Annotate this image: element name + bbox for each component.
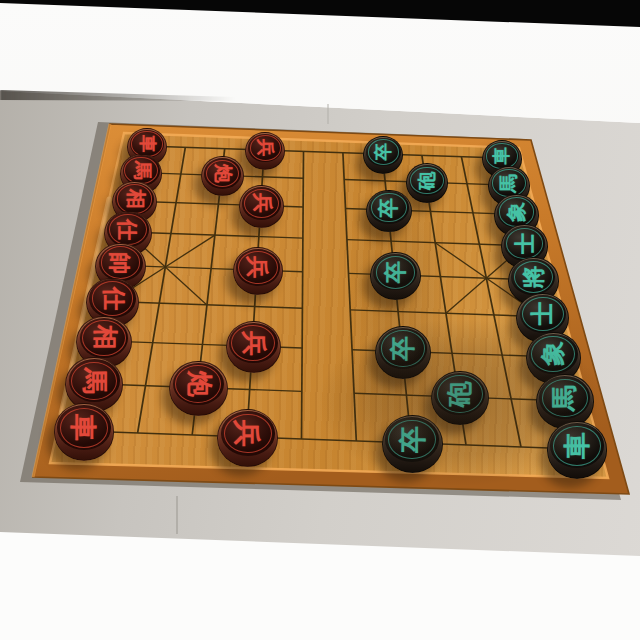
piece-character: 馬 bbox=[500, 174, 519, 193]
piece-face: 將 bbox=[511, 259, 555, 295]
piece-black-soldier[interactable]: 卒 bbox=[363, 136, 403, 174]
piece-character: 仕 bbox=[117, 219, 138, 240]
piece-character: 兵 bbox=[256, 139, 274, 157]
piece-character: 車 bbox=[70, 414, 97, 441]
piece-face: 卒 bbox=[366, 138, 401, 167]
piece-red-soldier[interactable]: 兵 bbox=[217, 409, 278, 466]
piece-character: 兵 bbox=[241, 331, 266, 356]
piece-character: 車 bbox=[563, 432, 590, 459]
piece-face: 卒 bbox=[379, 328, 428, 368]
piece-character: 炮 bbox=[186, 371, 212, 397]
piece-face: 砲 bbox=[434, 373, 485, 415]
piece-red-soldier[interactable]: 兵 bbox=[226, 321, 282, 373]
piece-black-soldier[interactable]: 卒 bbox=[382, 415, 443, 472]
piece-character: 士 bbox=[514, 233, 535, 254]
piece-character: 馬 bbox=[132, 161, 151, 180]
piece-face: 馬 bbox=[69, 359, 120, 401]
piece-character: 兵 bbox=[247, 256, 269, 278]
piece-black-soldier[interactable]: 卒 bbox=[366, 190, 411, 233]
piece-character: 兵 bbox=[252, 193, 272, 213]
piece-face: 士 bbox=[520, 295, 566, 333]
piece-character: 砲 bbox=[418, 171, 437, 190]
piece-character: 砲 bbox=[447, 381, 473, 407]
piece-black-chariot[interactable]: 車 bbox=[547, 421, 608, 478]
piece-character: 士 bbox=[531, 302, 555, 326]
piece-black-cannon[interactable]: 砲 bbox=[431, 371, 489, 426]
piece-face: 卒 bbox=[373, 254, 417, 290]
piece-character: 卒 bbox=[399, 426, 426, 453]
piece-face: 仕 bbox=[89, 279, 135, 317]
piece-face: 兵 bbox=[242, 187, 281, 219]
piece-face: 仕 bbox=[107, 212, 149, 246]
piece-face: 兵 bbox=[221, 411, 275, 455]
piece-face: 相 bbox=[115, 183, 154, 215]
piece-face: 車 bbox=[57, 405, 111, 449]
piece-character: 卒 bbox=[391, 336, 416, 361]
piece-face: 炮 bbox=[173, 363, 224, 405]
piece-face: 相 bbox=[80, 318, 129, 358]
piece-character: 馬 bbox=[552, 385, 578, 411]
piece-character: 車 bbox=[493, 147, 511, 165]
piece-red-soldier[interactable]: 兵 bbox=[233, 247, 283, 295]
piece-character: 炮 bbox=[213, 164, 232, 183]
piece-character: 相 bbox=[125, 189, 145, 209]
piece-character: 象 bbox=[541, 341, 566, 366]
piece-character: 車 bbox=[138, 135, 156, 153]
piece-character: 卒 bbox=[375, 143, 393, 161]
piece-face: 象 bbox=[497, 196, 536, 228]
piece-character: 卒 bbox=[384, 261, 406, 283]
piece-face: 砲 bbox=[409, 165, 446, 196]
photo-stage: 車兵卒車馬炮砲馬相兵卒象仕士帥兵卒將仕士相兵卒象馬炮砲馬車兵卒車 bbox=[0, 0, 640, 640]
piece-red-soldier[interactable]: 兵 bbox=[245, 132, 285, 170]
piece-face: 車 bbox=[550, 423, 604, 467]
piece-face: 卒 bbox=[369, 191, 408, 223]
piece-character: 卒 bbox=[379, 198, 399, 218]
piece-character: 仕 bbox=[101, 287, 125, 311]
piece-character: 馬 bbox=[81, 368, 107, 394]
piece-face: 兵 bbox=[229, 323, 278, 363]
piece-face: 士 bbox=[504, 226, 546, 260]
piece-character: 相 bbox=[92, 325, 117, 350]
piece-black-horse[interactable]: 馬 bbox=[536, 374, 594, 429]
piece-face: 兵 bbox=[236, 249, 280, 285]
piece-face: 帥 bbox=[99, 245, 143, 281]
piece-character: 兵 bbox=[234, 420, 261, 447]
piece-character: 將 bbox=[522, 266, 544, 288]
piece-character: 帥 bbox=[109, 252, 131, 274]
piece-red-soldier[interactable]: 兵 bbox=[239, 185, 284, 228]
piece-face: 馬 bbox=[539, 376, 590, 418]
piece-face: 象 bbox=[529, 334, 578, 374]
piece-face: 炮 bbox=[204, 158, 241, 189]
piece-black-soldier[interactable]: 卒 bbox=[370, 252, 420, 300]
piece-face: 兵 bbox=[248, 134, 283, 163]
piece-red-chariot[interactable]: 車 bbox=[54, 403, 115, 460]
piece-black-soldier[interactable]: 卒 bbox=[375, 326, 431, 378]
piece-red-cannon[interactable]: 炮 bbox=[169, 361, 227, 416]
piece-character: 象 bbox=[507, 202, 527, 222]
piece-face: 卒 bbox=[385, 417, 439, 461]
